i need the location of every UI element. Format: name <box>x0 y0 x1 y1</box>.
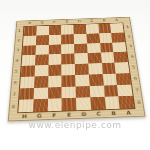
rank-label: 3 <box>127 41 135 51</box>
rank-label: 4 <box>128 51 136 62</box>
square <box>35 55 48 66</box>
square <box>62 75 76 87</box>
file-label: G <box>32 112 47 119</box>
rank-label: 5 <box>130 62 138 73</box>
square <box>61 34 74 44</box>
square <box>75 74 89 86</box>
square <box>48 54 61 65</box>
rank-label: 6 <box>11 77 18 89</box>
square <box>61 54 74 65</box>
square <box>87 53 101 64</box>
square <box>74 43 87 53</box>
square <box>90 97 105 110</box>
square <box>62 86 76 98</box>
square <box>33 87 47 99</box>
square <box>100 52 114 63</box>
chessboard: HGFEDCBA HGFEDCBA 12345678 12345678 <box>8 17 146 122</box>
square <box>112 42 126 52</box>
square <box>48 64 62 75</box>
square <box>18 99 33 112</box>
square <box>98 24 111 34</box>
square <box>19 88 34 100</box>
rank-label: 5 <box>12 66 19 77</box>
rank-label: 6 <box>131 73 139 85</box>
file-label: B <box>106 110 122 117</box>
file-label: F <box>47 112 62 119</box>
square <box>21 65 35 76</box>
square <box>118 96 134 109</box>
file-label: C <box>91 110 106 117</box>
square <box>33 99 48 112</box>
square <box>48 75 62 87</box>
file-label: A <box>121 109 137 116</box>
square <box>89 74 104 86</box>
square <box>101 63 116 74</box>
rank-label: 2 <box>15 35 22 45</box>
square <box>103 85 118 97</box>
square <box>117 84 133 96</box>
square <box>62 98 77 111</box>
rank-label: 2 <box>125 32 132 42</box>
rank-label: 4 <box>13 55 20 66</box>
file-label: D <box>76 111 91 118</box>
square <box>48 44 61 54</box>
square <box>34 65 48 76</box>
rank-label: 3 <box>14 45 21 55</box>
square <box>100 42 114 52</box>
rank-label: 7 <box>133 84 141 96</box>
square <box>61 64 75 75</box>
rank-label: 7 <box>10 89 18 101</box>
square <box>35 45 48 55</box>
rank-label: 8 <box>135 96 144 109</box>
square <box>89 85 104 97</box>
square <box>102 73 117 85</box>
square <box>75 64 89 75</box>
square <box>87 43 101 53</box>
square <box>113 52 127 63</box>
square <box>36 26 49 36</box>
square <box>48 35 61 45</box>
square <box>74 34 87 44</box>
square <box>86 24 99 34</box>
board-field <box>17 23 135 114</box>
square <box>22 55 36 66</box>
square <box>75 86 90 98</box>
file-label: E <box>62 111 77 118</box>
square <box>76 97 91 110</box>
square <box>88 63 102 74</box>
square <box>61 25 74 35</box>
square <box>104 96 120 109</box>
square <box>24 26 37 36</box>
rank-label: 1 <box>16 26 23 36</box>
square <box>61 44 74 54</box>
square <box>111 32 125 42</box>
square <box>99 33 113 43</box>
square <box>74 53 88 64</box>
square <box>22 45 35 55</box>
square <box>73 24 86 34</box>
rank-label: 1 <box>124 22 131 32</box>
square <box>47 98 62 111</box>
square <box>110 23 124 33</box>
rank-label: 8 <box>9 101 17 114</box>
square <box>20 76 34 88</box>
watermark-text: www.elenpipe.com <box>0 120 150 130</box>
square <box>115 62 130 73</box>
square <box>49 25 62 35</box>
square <box>36 35 49 45</box>
square <box>23 35 36 45</box>
square <box>116 73 131 85</box>
square <box>86 33 99 43</box>
square <box>34 76 48 88</box>
photo-background: HGFEDCBA HGFEDCBA 12345678 12345678 www.… <box>0 0 150 150</box>
square <box>48 87 62 99</box>
